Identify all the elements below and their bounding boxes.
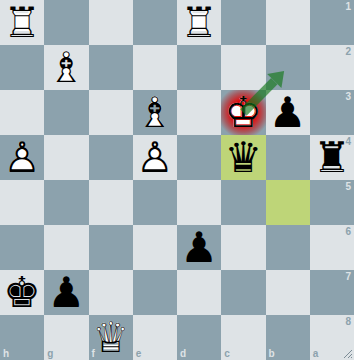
- square-e3[interactable]: ♝♗: [133, 90, 177, 135]
- black-queen[interactable]: ♛: [221, 135, 265, 180]
- square-h7[interactable]: ♚: [0, 270, 44, 315]
- square-c3[interactable]: ♚♔: [221, 90, 265, 135]
- rank-label-7: 7: [345, 271, 351, 282]
- square-f2[interactable]: [89, 45, 133, 90]
- piece-fill-layer: ♟: [266, 90, 310, 135]
- square-g6[interactable]: [44, 225, 88, 270]
- square-g7[interactable]: ♟: [44, 270, 88, 315]
- square-f5[interactable]: [89, 180, 133, 225]
- last-move-highlight: [266, 180, 310, 225]
- square-g2[interactable]: ♝♗: [44, 45, 88, 90]
- file-label-f: f: [92, 348, 95, 359]
- square-c1[interactable]: [221, 0, 265, 45]
- white-queen[interactable]: ♛♕: [89, 315, 133, 360]
- rank-label-1: 1: [345, 1, 351, 12]
- square-b2[interactable]: [266, 45, 310, 90]
- square-h2[interactable]: [0, 45, 44, 90]
- square-d3[interactable]: [177, 90, 221, 135]
- square-b5[interactable]: [266, 180, 310, 225]
- square-f1[interactable]: [89, 0, 133, 45]
- square-h1[interactable]: ♜♖: [0, 0, 44, 45]
- square-c2[interactable]: [221, 45, 265, 90]
- piece-outline-layer: ♔: [221, 90, 265, 135]
- chess-board-widget: ♜♖♜♖1♝♗2♝♗♚♔♟3♟♙♟♙♛4♜5♟6♚♟7hgf♛♕edcba8: [0, 0, 354, 360]
- square-h8[interactable]: h: [0, 315, 44, 360]
- white-bishop[interactable]: ♝♗: [133, 90, 177, 135]
- piece-fill-layer: ♟: [177, 225, 221, 270]
- square-c7[interactable]: [221, 270, 265, 315]
- square-h6[interactable]: [0, 225, 44, 270]
- square-e6[interactable]: [133, 225, 177, 270]
- square-b8[interactable]: b: [266, 315, 310, 360]
- square-b7[interactable]: [266, 270, 310, 315]
- file-label-e: e: [136, 348, 142, 359]
- square-f8[interactable]: f♛♕: [89, 315, 133, 360]
- square-a1[interactable]: 1: [310, 0, 354, 45]
- piece-outline-layer: ♙: [133, 135, 177, 180]
- square-a7[interactable]: 7: [310, 270, 354, 315]
- square-d4[interactable]: [177, 135, 221, 180]
- square-b6[interactable]: [266, 225, 310, 270]
- square-e7[interactable]: [133, 270, 177, 315]
- square-b4[interactable]: [266, 135, 310, 180]
- square-f3[interactable]: [89, 90, 133, 135]
- rank-label-3: 3: [345, 91, 351, 102]
- square-c6[interactable]: [221, 225, 265, 270]
- black-pawn[interactable]: ♟: [44, 270, 88, 315]
- square-d1[interactable]: ♜♖: [177, 0, 221, 45]
- square-h4[interactable]: ♟♙: [0, 135, 44, 180]
- file-label-a: a: [313, 348, 319, 359]
- square-f6[interactable]: [89, 225, 133, 270]
- black-king[interactable]: ♚: [0, 270, 44, 315]
- piece-fill-layer: ♚: [0, 270, 44, 315]
- white-rook[interactable]: ♜♖: [0, 0, 44, 45]
- chess-board[interactable]: ♜♖♜♖1♝♗2♝♗♚♔♟3♟♙♟♙♛4♜5♟6♚♟7hgf♛♕edcba8: [0, 0, 354, 360]
- black-pawn[interactable]: ♟: [266, 90, 310, 135]
- piece-outline-layer: ♕: [89, 315, 133, 360]
- square-g8[interactable]: g: [44, 315, 88, 360]
- piece-outline-layer: ♙: [0, 135, 44, 180]
- square-d5[interactable]: [177, 180, 221, 225]
- square-e8[interactable]: e: [133, 315, 177, 360]
- square-e5[interactable]: [133, 180, 177, 225]
- file-label-h: h: [3, 348, 9, 359]
- white-rook[interactable]: ♜♖: [177, 0, 221, 45]
- piece-outline-layer: ♗: [133, 90, 177, 135]
- square-c5[interactable]: [221, 180, 265, 225]
- square-a3[interactable]: 3: [310, 90, 354, 135]
- square-g3[interactable]: [44, 90, 88, 135]
- rank-label-4: 4: [345, 136, 351, 147]
- square-b1[interactable]: [266, 0, 310, 45]
- file-label-g: g: [47, 348, 53, 359]
- square-f7[interactable]: [89, 270, 133, 315]
- piece-outline-layer: ♗: [44, 45, 88, 90]
- piece-outline-layer: ♖: [177, 0, 221, 45]
- white-king[interactable]: ♚♔: [221, 90, 265, 135]
- black-pawn[interactable]: ♟: [177, 225, 221, 270]
- square-a2[interactable]: 2: [310, 45, 354, 90]
- piece-outline-layer: ♖: [0, 0, 44, 45]
- square-h3[interactable]: [0, 90, 44, 135]
- square-e2[interactable]: [133, 45, 177, 90]
- white-bishop[interactable]: ♝♗: [44, 45, 88, 90]
- piece-fill-layer: ♛: [221, 135, 265, 180]
- square-a4[interactable]: 4♜: [310, 135, 354, 180]
- board-resize-handle-icon[interactable]: [341, 347, 353, 359]
- square-f4[interactable]: [89, 135, 133, 180]
- square-g5[interactable]: [44, 180, 88, 225]
- square-g1[interactable]: [44, 0, 88, 45]
- square-h5[interactable]: [0, 180, 44, 225]
- square-d8[interactable]: d: [177, 315, 221, 360]
- rank-label-2: 2: [345, 46, 351, 57]
- file-label-b: b: [269, 348, 275, 359]
- square-c8[interactable]: c: [221, 315, 265, 360]
- rank-label-8: 8: [345, 316, 351, 327]
- square-a6[interactable]: 6: [310, 225, 354, 270]
- square-a5[interactable]: 5: [310, 180, 354, 225]
- square-e1[interactable]: [133, 0, 177, 45]
- rank-label-6: 6: [345, 226, 351, 237]
- square-e4[interactable]: ♟♙: [133, 135, 177, 180]
- square-c4[interactable]: ♛: [221, 135, 265, 180]
- file-label-d: d: [180, 348, 186, 359]
- square-d6[interactable]: ♟: [177, 225, 221, 270]
- square-g4[interactable]: [44, 135, 88, 180]
- file-label-c: c: [224, 348, 230, 359]
- rank-label-5: 5: [345, 181, 351, 192]
- square-b3[interactable]: ♟: [266, 90, 310, 135]
- white-pawn[interactable]: ♟♙: [133, 135, 177, 180]
- white-pawn[interactable]: ♟♙: [0, 135, 44, 180]
- piece-fill-layer: ♟: [44, 270, 88, 315]
- square-d7[interactable]: [177, 270, 221, 315]
- square-d2[interactable]: [177, 45, 221, 90]
